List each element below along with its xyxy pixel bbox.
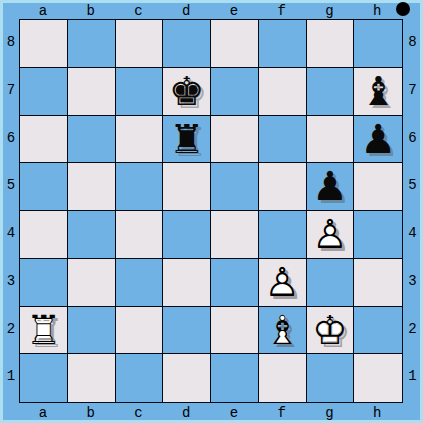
square-a8[interactable] xyxy=(20,20,68,68)
square-f1[interactable] xyxy=(259,354,307,402)
square-d1[interactable] xyxy=(163,354,211,402)
square-e5[interactable] xyxy=(211,163,259,211)
rank-label-left-4: 4 xyxy=(3,210,19,258)
square-e1[interactable] xyxy=(211,354,259,402)
white-king-fill: ♚ xyxy=(307,307,354,354)
square-d3[interactable] xyxy=(163,259,211,307)
white-rook[interactable]: ♖ xyxy=(20,307,67,354)
rank-label-left-2: 2 xyxy=(3,306,19,354)
square-h6[interactable]: ♟ xyxy=(354,116,402,164)
square-g6[interactable] xyxy=(307,116,355,164)
square-c4[interactable] xyxy=(116,211,164,259)
rank-label-right-1: 1 xyxy=(404,353,421,401)
square-b7[interactable] xyxy=(68,68,116,116)
file-label-bottom-h: h xyxy=(353,404,401,422)
square-b2[interactable] xyxy=(68,307,116,355)
square-c7[interactable] xyxy=(116,68,164,116)
square-e2[interactable] xyxy=(211,307,259,355)
rank-label-right-7: 7 xyxy=(404,67,421,115)
square-a7[interactable] xyxy=(20,68,68,116)
chess-board-diagram: ♚♝♜♟♟♟♙♟♙♜♖♝♗♚♔ aabbccddeeffgghh88776655… xyxy=(0,0,423,423)
rank-label-left-3: 3 xyxy=(3,258,19,306)
square-b4[interactable] xyxy=(68,211,116,259)
file-label-bottom-c: c xyxy=(115,404,163,422)
square-b3[interactable] xyxy=(68,259,116,307)
square-d4[interactable] xyxy=(163,211,211,259)
square-g8[interactable] xyxy=(307,20,355,68)
file-label-top-a: a xyxy=(19,3,67,19)
square-h8[interactable] xyxy=(354,20,402,68)
square-h3[interactable] xyxy=(354,259,402,307)
square-d8[interactable] xyxy=(163,20,211,68)
square-e8[interactable] xyxy=(211,20,259,68)
square-g3[interactable] xyxy=(307,259,355,307)
square-c8[interactable] xyxy=(116,20,164,68)
file-label-top-d: d xyxy=(162,3,210,19)
file-label-top-h: h xyxy=(353,3,401,19)
square-c6[interactable] xyxy=(116,116,164,164)
rank-label-left-8: 8 xyxy=(3,19,19,67)
square-f6[interactable] xyxy=(259,116,307,164)
square-b8[interactable] xyxy=(68,20,116,68)
square-h5[interactable] xyxy=(354,163,402,211)
square-e3[interactable] xyxy=(211,259,259,307)
white-bishop[interactable]: ♗ xyxy=(259,307,306,354)
square-f4[interactable] xyxy=(259,211,307,259)
rank-label-right-8: 8 xyxy=(404,19,421,67)
rank-label-right-4: 4 xyxy=(404,210,421,258)
square-g1[interactable] xyxy=(307,354,355,402)
square-f2[interactable]: ♝♗ xyxy=(259,307,307,355)
square-a6[interactable] xyxy=(20,116,68,164)
square-g4[interactable]: ♟♙ xyxy=(307,211,355,259)
square-b5[interactable] xyxy=(68,163,116,211)
square-d5[interactable] xyxy=(163,163,211,211)
file-label-top-e: e xyxy=(210,3,258,19)
rank-label-right-2: 2 xyxy=(404,306,421,354)
rank-label-left-7: 7 xyxy=(3,67,19,115)
file-label-bottom-f: f xyxy=(258,404,306,422)
square-h2[interactable] xyxy=(354,307,402,355)
square-h1[interactable] xyxy=(354,354,402,402)
rank-label-left-1: 1 xyxy=(3,353,19,401)
black-pawn[interactable]: ♟ xyxy=(307,163,354,210)
black-pawn[interactable]: ♟ xyxy=(354,116,402,163)
square-f8[interactable] xyxy=(259,20,307,68)
square-e6[interactable] xyxy=(211,116,259,164)
square-g7[interactable] xyxy=(307,68,355,116)
file-label-bottom-b: b xyxy=(67,404,115,422)
file-label-top-f: f xyxy=(258,3,306,19)
square-d6[interactable]: ♜ xyxy=(163,116,211,164)
white-pawn-fill: ♟ xyxy=(259,259,306,306)
rank-label-right-6: 6 xyxy=(404,115,421,163)
white-pawn-fill: ♟ xyxy=(307,211,354,258)
black-king[interactable]: ♚ xyxy=(163,68,210,115)
file-label-top-b: b xyxy=(67,3,115,19)
square-d7[interactable]: ♚ xyxy=(163,68,211,116)
chess-board: ♚♝♜♟♟♟♙♟♙♜♖♝♗♚♔ xyxy=(19,19,403,403)
file-label-bottom-g: g xyxy=(306,404,354,422)
square-e4[interactable] xyxy=(211,211,259,259)
rank-label-right-5: 5 xyxy=(404,162,421,210)
square-a1[interactable] xyxy=(20,354,68,402)
white-pawn[interactable]: ♙ xyxy=(259,259,306,306)
square-c1[interactable] xyxy=(116,354,164,402)
file-label-top-c: c xyxy=(115,3,163,19)
rank-label-left-5: 5 xyxy=(3,162,19,210)
square-f5[interactable] xyxy=(259,163,307,211)
square-b1[interactable] xyxy=(68,354,116,402)
file-label-bottom-d: d xyxy=(162,404,210,422)
square-a2[interactable]: ♜♖ xyxy=(20,307,68,355)
square-f3[interactable]: ♟♙ xyxy=(259,259,307,307)
square-h7[interactable]: ♝ xyxy=(354,68,402,116)
file-label-bottom-e: e xyxy=(210,404,258,422)
square-h4[interactable] xyxy=(354,211,402,259)
square-a5[interactable] xyxy=(20,163,68,211)
white-pawn[interactable]: ♙ xyxy=(307,211,354,258)
square-g2[interactable]: ♚♔ xyxy=(307,307,355,355)
square-a3[interactable] xyxy=(20,259,68,307)
white-bishop-fill: ♝ xyxy=(259,307,306,354)
square-b6[interactable] xyxy=(68,116,116,164)
square-a4[interactable] xyxy=(20,211,68,259)
square-f7[interactable] xyxy=(259,68,307,116)
square-c3[interactable] xyxy=(116,259,164,307)
square-c5[interactable] xyxy=(116,163,164,211)
square-c2[interactable] xyxy=(116,307,164,355)
square-d2[interactable] xyxy=(163,307,211,355)
white-rook-fill: ♜ xyxy=(20,307,67,354)
black-rook[interactable]: ♜ xyxy=(163,116,210,163)
square-g5[interactable]: ♟ xyxy=(307,163,355,211)
square-e7[interactable] xyxy=(211,68,259,116)
rank-label-right-3: 3 xyxy=(404,258,421,306)
rank-label-left-6: 6 xyxy=(3,115,19,163)
file-label-top-g: g xyxy=(306,3,354,19)
white-king[interactable]: ♔ xyxy=(307,307,354,354)
black-bishop[interactable]: ♝ xyxy=(354,68,402,115)
file-label-bottom-a: a xyxy=(19,404,67,422)
